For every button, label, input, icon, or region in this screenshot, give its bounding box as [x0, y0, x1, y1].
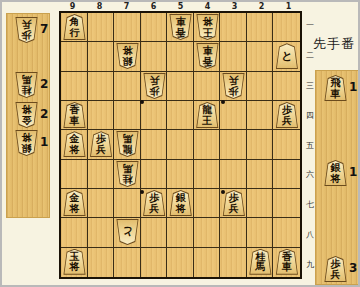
square-36[interactable]: [220, 160, 247, 189]
gote-hand-entry: 銀将1: [7, 130, 49, 156]
file-label-8: 8: [86, 2, 113, 11]
file-label-9: 9: [59, 2, 86, 11]
piece-face: と: [276, 44, 297, 68]
square-47[interactable]: [194, 189, 221, 218]
piece-face: 飛車: [325, 76, 346, 100]
piece-face: 桂馬: [250, 250, 271, 274]
square-57[interactable]: 銀将: [167, 189, 194, 218]
gote-hand-entry: 金将2: [7, 102, 49, 128]
gote-hand-count: 7: [40, 22, 48, 36]
square-34[interactable]: [220, 101, 247, 130]
piece-19[interactable]: 香車: [275, 249, 298, 275]
piece-14[interactable]: 歩兵: [275, 102, 298, 128]
piece-42[interactable]: 香車: [196, 43, 219, 69]
piece-face: 銀将: [117, 44, 138, 68]
square-38[interactable]: [220, 218, 247, 247]
square-81[interactable]: [88, 13, 115, 42]
piece-face: 歩兵: [223, 191, 244, 215]
piece-face: 香車: [64, 103, 85, 127]
square-75[interactable]: 龍馬: [114, 130, 141, 159]
square-89[interactable]: [88, 248, 115, 277]
file-label-3: 3: [221, 2, 248, 11]
square-67[interactable]: 歩兵: [141, 189, 168, 218]
square-96[interactable]: [61, 160, 88, 189]
square-25[interactable]: [247, 130, 274, 159]
file-labels: 987654321: [59, 2, 302, 11]
piece-57[interactable]: 銀将: [169, 190, 192, 216]
square-26[interactable]: [247, 160, 274, 189]
sente-hand-count: 3: [349, 261, 357, 275]
piece-face: 金将: [16, 103, 37, 127]
square-21[interactable]: [247, 13, 274, 42]
square-97[interactable]: 金将: [61, 189, 88, 218]
square-83[interactable]: [88, 72, 115, 101]
square-61[interactable]: [141, 13, 168, 42]
square-32[interactable]: [220, 42, 247, 71]
square-16[interactable]: [273, 160, 300, 189]
star-point: [140, 190, 144, 194]
piece-face: 角行: [64, 15, 85, 39]
square-68[interactable]: [141, 218, 168, 247]
square-66[interactable]: [141, 160, 168, 189]
square-43[interactable]: [194, 72, 221, 101]
square-59[interactable]: [167, 248, 194, 277]
square-93[interactable]: [61, 72, 88, 101]
square-82[interactable]: [88, 42, 115, 71]
square-53[interactable]: [167, 72, 194, 101]
square-42[interactable]: 香車: [194, 42, 221, 71]
piece-face: 銀将: [170, 191, 191, 215]
gote-hand-count: 2: [40, 77, 48, 91]
square-91[interactable]: 角行: [61, 13, 88, 42]
sente-hand-tray: 飛車1銀将1歩兵3: [315, 70, 359, 285]
square-88[interactable]: [88, 218, 115, 247]
square-62[interactable]: [141, 42, 168, 71]
piece-face: 金将: [64, 132, 85, 156]
piece-face: 歩兵: [276, 103, 297, 127]
piece-75[interactable]: 龍馬: [116, 131, 139, 157]
square-12[interactable]: と: [273, 42, 300, 71]
square-63[interactable]: 歩兵: [141, 72, 168, 101]
piece-face: 銀将: [325, 161, 346, 185]
piece-72[interactable]: 銀将: [116, 43, 139, 69]
file-label-2: 2: [248, 2, 275, 11]
gote-hand-entry: 歩兵7: [7, 17, 49, 43]
square-48[interactable]: [194, 218, 221, 247]
square-64[interactable]: [141, 101, 168, 130]
square-87[interactable]: [88, 189, 115, 218]
square-76[interactable]: 桂馬: [114, 160, 141, 189]
file-label-6: 6: [140, 2, 167, 11]
file-label-1: 1: [275, 2, 302, 11]
square-54[interactable]: [167, 101, 194, 130]
file-label-4: 4: [194, 2, 221, 11]
square-94[interactable]: 香車: [61, 101, 88, 130]
piece-95[interactable]: 金将: [63, 131, 86, 157]
square-17[interactable]: [273, 189, 300, 218]
piece-face: 香車: [170, 15, 191, 39]
piece-44[interactable]: 龍王: [196, 102, 219, 128]
sente-hand-entry: 飛車1: [316, 75, 358, 101]
piece-face: 金将: [64, 191, 85, 215]
piece-33[interactable]: 歩兵: [222, 73, 245, 99]
square-29[interactable]: 桂馬: [247, 248, 274, 277]
square-22[interactable]: [247, 42, 274, 71]
piece-29[interactable]: 桂馬: [249, 249, 272, 275]
square-55[interactable]: [167, 130, 194, 159]
piece-face: 桂馬: [117, 162, 138, 186]
square-49[interactable]: [194, 248, 221, 277]
gote-hand-piece[interactable]: 桂馬: [15, 72, 38, 98]
square-95[interactable]: 金将: [61, 130, 88, 159]
piece-face: 龍馬: [117, 132, 138, 156]
sente-hand-entry: 銀将1: [316, 160, 358, 186]
piece-face: 歩兵: [325, 257, 346, 281]
piece-face: 香車: [197, 44, 218, 68]
star-point: [221, 190, 225, 194]
square-99[interactable]: 玉将: [61, 248, 88, 277]
square-33[interactable]: 歩兵: [220, 72, 247, 101]
piece-face: 銀将: [16, 131, 37, 155]
piece-face: 歩兵: [91, 132, 112, 156]
turn-indicator: 先手番: [313, 35, 360, 53]
piece-85[interactable]: 歩兵: [90, 131, 113, 157]
star-point: [140, 100, 144, 104]
piece-63[interactable]: 歩兵: [143, 73, 166, 99]
square-19[interactable]: 香車: [273, 248, 300, 277]
square-58[interactable]: [167, 218, 194, 247]
gote-hand-piece[interactable]: 金将: [15, 102, 38, 128]
piece-67[interactable]: 歩兵: [143, 190, 166, 216]
square-27[interactable]: [247, 189, 274, 218]
star-point: [221, 100, 225, 104]
file-label-5: 5: [167, 2, 194, 11]
sente-hand-entry: 歩兵3: [316, 256, 358, 282]
piece-41[interactable]: 王将: [196, 14, 219, 40]
square-65[interactable]: [141, 130, 168, 159]
square-13[interactable]: [273, 72, 300, 101]
piece-face: 歩兵: [144, 74, 165, 98]
square-92[interactable]: [61, 42, 88, 71]
piece-face: 歩兵: [16, 18, 37, 42]
square-86[interactable]: [88, 160, 115, 189]
square-77[interactable]: [114, 189, 141, 218]
shogi-diagram: 987654321 一二三四五六七八九 角行香車王将銀将香車と歩兵歩兵香車龍王歩…: [0, 0, 360, 287]
square-51[interactable]: 香車: [167, 13, 194, 42]
square-69[interactable]: [141, 248, 168, 277]
square-98[interactable]: [61, 218, 88, 247]
piece-99[interactable]: 玉将: [63, 249, 86, 275]
square-45[interactable]: [194, 130, 221, 159]
square-24[interactable]: [247, 101, 274, 130]
gote-hand-piece[interactable]: 歩兵: [15, 17, 38, 43]
gote-hand-piece[interactable]: 銀将: [15, 130, 38, 156]
piece-face: 玉将: [64, 250, 85, 274]
piece-94[interactable]: 香車: [63, 102, 86, 128]
piece-face: 香車: [276, 250, 297, 274]
piece-51[interactable]: 香車: [169, 14, 192, 40]
piece-face: 龍王: [197, 103, 218, 127]
piece-78[interactable]: と: [116, 219, 139, 245]
sente-hand-count: 1: [349, 80, 357, 94]
square-23[interactable]: [247, 72, 274, 101]
square-73[interactable]: [114, 72, 141, 101]
square-84[interactable]: [88, 101, 115, 130]
square-28[interactable]: [247, 218, 274, 247]
piece-91[interactable]: 角行: [63, 14, 86, 40]
square-85[interactable]: 歩兵: [88, 130, 115, 159]
square-39[interactable]: [220, 248, 247, 277]
sente-hand-piece[interactable]: 銀将: [324, 160, 347, 186]
sente-hand-count: 1: [349, 165, 357, 179]
gote-hand-count: 2: [40, 107, 48, 121]
square-56[interactable]: [167, 160, 194, 189]
square-11[interactable]: [273, 13, 300, 42]
square-37[interactable]: 歩兵: [220, 189, 247, 218]
shogi-board: 角行香車王将銀将香車と歩兵歩兵香車龍王歩兵金将歩兵龍馬桂馬金将歩兵銀将歩兵と玉将…: [59, 11, 302, 279]
sente-hand-piece[interactable]: 歩兵: [324, 256, 347, 282]
sente-hand-piece[interactable]: 飛車: [324, 75, 347, 101]
piece-76[interactable]: 桂馬: [116, 161, 139, 187]
square-18[interactable]: [273, 218, 300, 247]
piece-face: 王将: [197, 15, 218, 39]
piece-12[interactable]: と: [275, 43, 298, 69]
file-label-7: 7: [113, 2, 140, 11]
square-35[interactable]: [220, 130, 247, 159]
piece-97[interactable]: 金将: [63, 190, 86, 216]
square-14[interactable]: 歩兵: [273, 101, 300, 130]
gote-hand-tray: 歩兵7桂馬2金将2銀将1: [6, 13, 50, 218]
piece-face: 歩兵: [144, 191, 165, 215]
square-46[interactable]: [194, 160, 221, 189]
gote-hand-entry: 桂馬2: [7, 72, 49, 98]
square-78[interactable]: と: [114, 218, 141, 247]
square-31[interactable]: [220, 13, 247, 42]
square-74[interactable]: [114, 101, 141, 130]
piece-face: と: [117, 220, 138, 244]
square-79[interactable]: [114, 248, 141, 277]
piece-37[interactable]: 歩兵: [222, 190, 245, 216]
square-72[interactable]: 銀将: [114, 42, 141, 71]
square-41[interactable]: 王将: [194, 13, 221, 42]
square-52[interactable]: [167, 42, 194, 71]
square-15[interactable]: [273, 130, 300, 159]
piece-face: 歩兵: [223, 74, 244, 98]
square-44[interactable]: 龍王: [194, 101, 221, 130]
piece-face: 桂馬: [16, 73, 37, 97]
gote-hand-count: 1: [40, 135, 48, 149]
square-71[interactable]: [114, 13, 141, 42]
